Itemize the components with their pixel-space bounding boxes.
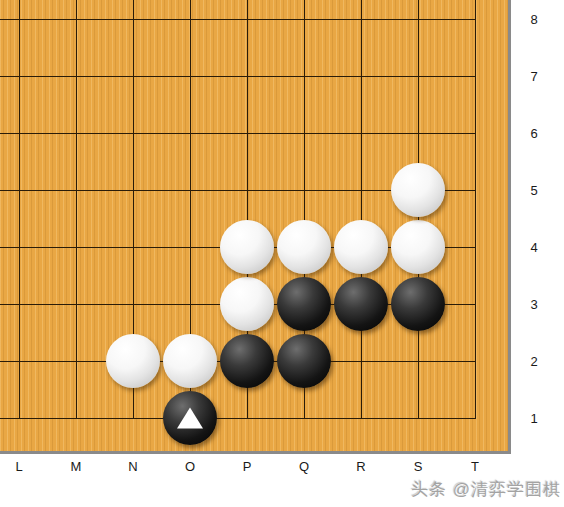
stone-black-Q2 — [277, 334, 331, 388]
stone-black-P2 — [220, 334, 274, 388]
stone-white-N2 — [106, 334, 160, 388]
column-label-R: R — [356, 458, 365, 476]
column-label-N: N — [128, 458, 137, 476]
row-label-3: 3 — [530, 297, 537, 312]
column-label-Q: Q — [299, 458, 309, 476]
grid-line-col-R — [361, 0, 362, 419]
grid-line-row-8 — [0, 19, 476, 20]
stone-white-P3 — [220, 277, 274, 331]
grid-line-row-1 — [0, 418, 476, 419]
stone-white-S5 — [391, 163, 445, 217]
column-label-O: O — [185, 458, 195, 476]
grid-line-col-M — [76, 0, 77, 419]
stone-white-S4 — [391, 220, 445, 274]
row-label-8: 8 — [530, 12, 537, 27]
stone-black-S3 — [391, 277, 445, 331]
stone-black-O1 — [163, 391, 217, 445]
row-label-7: 7 — [530, 69, 537, 84]
watermark: 头条 @清弈学围棋 — [411, 478, 561, 501]
grid-line-col-L — [19, 0, 20, 419]
triangle-marker — [177, 408, 203, 429]
column-label-P: P — [243, 458, 252, 476]
grid-line-row-7 — [0, 76, 476, 77]
row-label-5: 5 — [530, 183, 537, 198]
row-label-4: 4 — [530, 240, 537, 255]
column-label-L: L — [15, 458, 22, 476]
column-label-M: M — [71, 458, 82, 476]
row-label-6: 6 — [530, 126, 537, 141]
go-diagram-page: 头条 @清弈学围棋 LMNOPQRST87654321 — [0, 0, 564, 507]
stone-black-R3 — [334, 277, 388, 331]
stone-white-Q4 — [277, 220, 331, 274]
column-label-S: S — [414, 458, 423, 476]
row-label-1: 1 — [530, 411, 537, 426]
grid-line-col-T — [475, 0, 476, 419]
grid-line-row-6 — [0, 133, 476, 134]
stone-white-R4 — [334, 220, 388, 274]
column-label-T: T — [471, 458, 479, 476]
stone-white-P4 — [220, 220, 274, 274]
row-label-2: 2 — [530, 354, 537, 369]
go-board — [0, 0, 511, 454]
stone-black-Q3 — [277, 277, 331, 331]
stone-white-O2 — [163, 334, 217, 388]
